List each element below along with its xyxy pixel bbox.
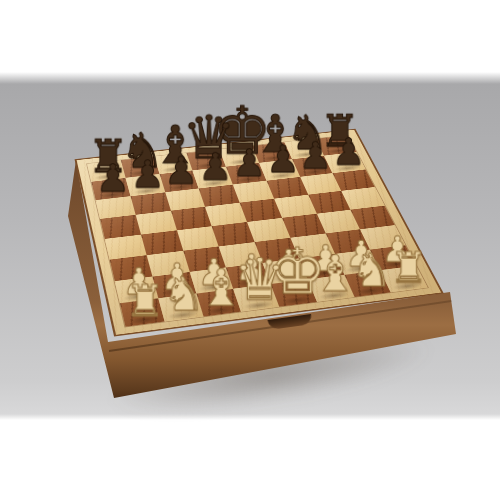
square-d5 (205, 203, 247, 226)
square-g4 (316, 210, 360, 234)
black-pawn: ♟ (299, 137, 332, 174)
square-b6 (130, 192, 170, 215)
square-d7: ♟ (193, 167, 233, 189)
black-pawn: ♟ (199, 148, 233, 186)
photo-backdrop: ♜♞♝♛♚♝♞♜♟♟♟♟♟♟♟♟♟♟♟♟♟♟♟♟♜♞♝♛♚♝♞♜ (0, 0, 500, 500)
white-knight: ♞ (162, 271, 204, 318)
square-b1: ♞ (158, 294, 203, 322)
white-bishop: ♝ (199, 263, 244, 313)
square-a1: ♜ (120, 299, 164, 327)
black-pawn: ♟ (130, 155, 164, 193)
square-b4 (141, 230, 183, 255)
black-pawn: ♟ (96, 159, 130, 197)
square-a7: ♟ (91, 178, 130, 200)
black-pawn: ♟ (266, 140, 299, 177)
black-pawn: ♟ (232, 144, 266, 181)
square-b5 (135, 211, 176, 235)
white-knight: ♞ (351, 247, 392, 293)
white-rook: ♜ (125, 279, 164, 323)
black-pawn: ♟ (332, 133, 365, 170)
square-a4 (105, 235, 147, 260)
square-h6 (333, 169, 375, 191)
square-a6 (96, 196, 136, 219)
square-b7: ♟ (125, 174, 164, 196)
board-grid: ♜♞♝♛♚♝♞♜♟♟♟♟♟♟♟♟♟♟♟♟♟♟♟♟♜♞♝♛♚♝♞♜ (87, 135, 427, 326)
black-pawn: ♟ (165, 151, 199, 189)
square-c7: ♟ (159, 170, 199, 192)
white-rook: ♜ (390, 246, 428, 289)
